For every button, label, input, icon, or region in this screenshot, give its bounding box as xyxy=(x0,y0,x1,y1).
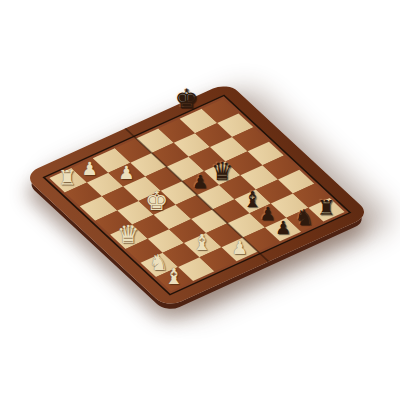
black-queen[interactable]: ♛ xyxy=(211,159,233,184)
white-pawn[interactable]: ♟ xyxy=(81,160,97,178)
product-photo-scene: ♜♟♟♚♟♛♛♝♞♝♟♝♟♟♞♜ ♚ xyxy=(0,0,400,400)
black-knight[interactable]: ♞ xyxy=(295,207,315,229)
black-king-offboard[interactable]: ♚ xyxy=(174,85,198,112)
white-bishop[interactable]: ♝ xyxy=(164,266,184,288)
white-queen[interactable]: ♛ xyxy=(117,222,139,247)
board-wrapper: ♜♟♟♚♟♛♛♝♞♝♟♝♟♟♞♜ ♚ xyxy=(23,82,371,308)
board-frame: ♜♟♟♚♟♛♛♝♞♝♟♝♟♟♞♜ ♚ xyxy=(23,82,371,308)
black-rook[interactable]: ♜ xyxy=(317,198,336,219)
white-king[interactable]: ♚ xyxy=(145,188,168,214)
black-pawn[interactable]: ♟ xyxy=(259,205,275,223)
white-rook[interactable]: ♜ xyxy=(58,168,77,189)
black-pawn[interactable]: ♟ xyxy=(275,219,291,237)
white-pawn[interactable]: ♟ xyxy=(231,239,247,257)
white-bishop[interactable]: ♝ xyxy=(193,232,213,254)
white-pawn[interactable]: ♟ xyxy=(118,164,134,182)
black-pawn[interactable]: ♟ xyxy=(192,173,208,191)
